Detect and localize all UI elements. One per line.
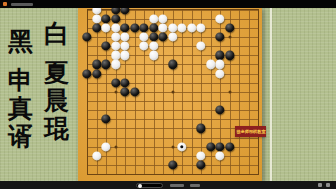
white-player-name-column: 白夏晨琨	[44, 19, 69, 142]
classroom-banner: 徐老师围棋教室	[235, 126, 266, 137]
star-point	[228, 36, 231, 39]
bottom-bar-label	[170, 184, 184, 187]
bottom-bar-label-2	[190, 184, 200, 187]
star-point	[171, 145, 174, 148]
black-player-name-column: 黑申真谞	[8, 27, 33, 150]
star-point	[171, 90, 174, 93]
bottom-control-bar	[0, 181, 336, 189]
star-point	[114, 90, 117, 93]
white-player-char: 晨	[44, 86, 69, 114]
black-player-char: 谞	[8, 122, 33, 150]
star-point	[228, 90, 231, 93]
star-point	[114, 145, 117, 148]
black-player-char: 申	[8, 66, 33, 94]
classroom-banner-text: 徐老师围棋教室	[236, 129, 265, 135]
expand-icon[interactable]	[326, 183, 330, 187]
go-review-app: { "window": { "title_visible": false, "i…	[0, 0, 336, 189]
white-player-char: 琨	[44, 114, 69, 142]
settings-icon[interactable]	[318, 183, 322, 187]
white-player-char: 白	[44, 19, 69, 47]
color-toggle[interactable]	[136, 183, 163, 189]
color-toggle-knob-icon[interactable]	[138, 184, 142, 188]
window-titlebar	[0, 0, 336, 8]
app-icon	[3, 2, 7, 6]
panel-divider-line	[270, 8, 272, 181]
go-board[interactable]	[78, 7, 262, 181]
white-player-char: 夏	[44, 58, 69, 86]
black-player-char: 真	[8, 94, 33, 122]
black-player-char: 黑	[8, 27, 33, 55]
window-title-text	[11, 3, 33, 6]
